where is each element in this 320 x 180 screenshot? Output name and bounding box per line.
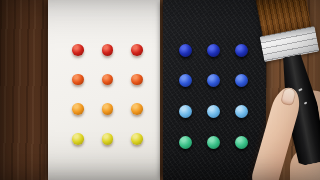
- white-canvas: [48, 0, 160, 180]
- paint-dot-green: [179, 136, 192, 149]
- brush-handle-mark: [304, 101, 308, 104]
- paint-dot-dark-blue: [179, 44, 192, 57]
- paint-dot-light-blue: [235, 105, 248, 118]
- paint-dot-red-orange: [131, 74, 143, 86]
- paint-dot-light-blue: [207, 105, 220, 118]
- paint-dot-orange: [72, 103, 84, 115]
- paint-dot-red: [72, 44, 84, 56]
- paint-dot-orange: [102, 103, 114, 115]
- paint-dot-blue: [207, 74, 220, 87]
- paint-dot-green: [235, 136, 248, 149]
- paint-dot-dark-blue: [207, 44, 220, 57]
- paint-dot-red: [102, 44, 114, 56]
- paint-dot-orange: [131, 103, 143, 115]
- black-canvas-dot-grid: [171, 35, 255, 157]
- paint-dot-green: [207, 136, 220, 149]
- black-canvas: [163, 0, 266, 180]
- paint-dot-yellow: [131, 133, 143, 145]
- photo-frame: [0, 0, 320, 180]
- paint-dot-light-blue: [179, 105, 192, 118]
- paint-dot-dark-blue: [235, 44, 248, 57]
- paint-dot-yellow: [72, 133, 84, 145]
- paint-dot-red-orange: [72, 74, 84, 86]
- paint-dot-yellow: [102, 133, 114, 145]
- paint-dot-blue: [235, 74, 248, 87]
- paint-dot-red: [131, 44, 143, 56]
- paint-dot-blue: [179, 74, 192, 87]
- paint-dot-red-orange: [102, 74, 114, 86]
- brush-handle-mark: [298, 88, 302, 92]
- white-canvas-dot-grid: [63, 35, 152, 154]
